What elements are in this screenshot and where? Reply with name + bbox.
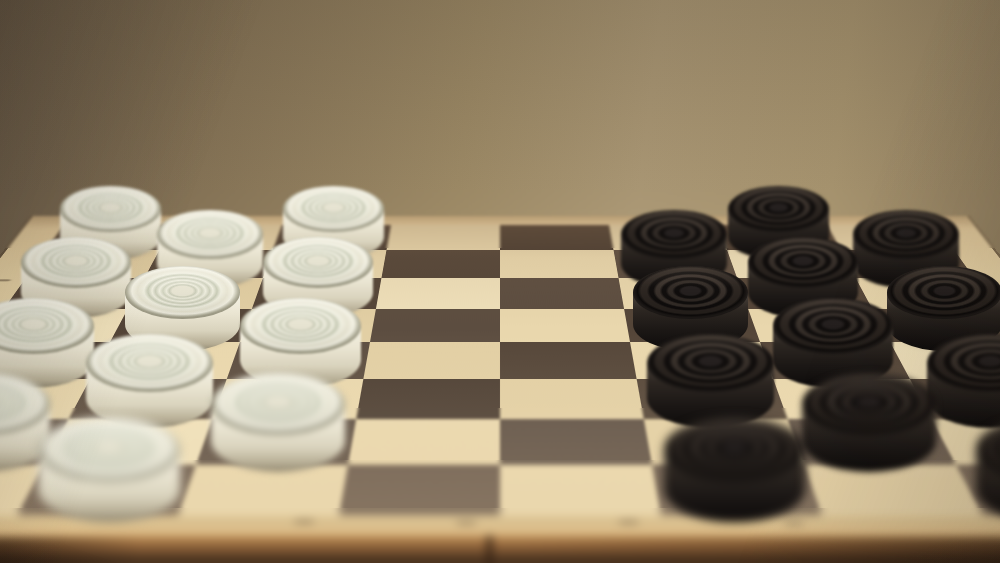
piece-top-face [647,334,774,393]
checker-black-r6c6[interactable] [647,334,774,428]
checker-white-r7c3[interactable] [211,373,345,472]
piece-top-face [633,266,748,319]
piece-top-face [853,210,958,258]
piece-top-face [240,298,361,354]
piece-top-face [21,237,131,288]
checker-black-r8c6[interactable] [664,417,806,522]
piece-top-face [802,373,936,435]
piece-top-face [60,186,161,233]
piece-top-face [157,210,262,258]
checkers-photo-scene [0,0,1000,563]
checker-black-r8c8[interactable] [976,417,1000,522]
checker-black-r7c7[interactable] [802,373,936,472]
piece-top-face [263,237,373,288]
piece-top-face [38,417,180,482]
piece-top-face [664,417,806,482]
piece-top-face [125,266,240,319]
pieces-layer [0,0,1000,563]
piece-top-face [211,373,345,435]
piece-top-face [283,186,384,233]
checker-black-r6c8[interactable] [927,334,1000,428]
checker-white-r8c2[interactable] [38,417,180,522]
piece-top-face [773,298,894,354]
piece-top-face [748,237,858,288]
checker-white-r6c2[interactable] [86,334,213,428]
piece-top-face [887,266,1000,319]
piece-top-face [621,210,726,258]
piece-top-face [86,334,213,393]
piece-top-face [728,186,829,233]
